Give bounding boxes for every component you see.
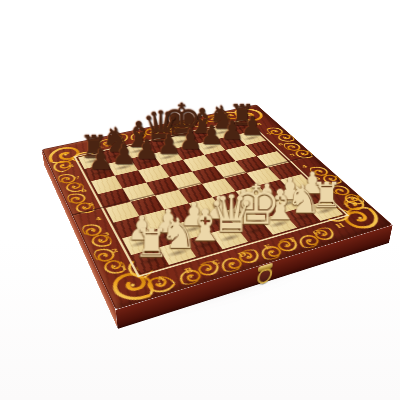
perspective-container: ♜♞♝♛♚♝♞♜♟♟♟♟♟♟♟♟♟♟♟♟♟♟♟♟♜♞♝♛♚♝♞♜ ABCDEFG… — [70, 52, 334, 316]
product-photo-scene: ♜♞♝♛♚♝♞♜♟♟♟♟♟♟♟♟♟♟♟♟♟♟♟♟♜♞♝♛♚♝♞♜ ABCDEFG… — [0, 0, 400, 400]
white-rook-glyph: ♜ — [111, 225, 191, 262]
chess-board: ♜♞♝♛♚♝♞♜♟♟♟♟♟♟♟♟♟♟♟♟♟♟♟♟♜♞♝♛♚♝♞♜ ABCDEFG… — [42, 104, 393, 309]
black-pawn-glyph: ♟ — [67, 147, 133, 174]
brass-clasp — [255, 262, 275, 284]
